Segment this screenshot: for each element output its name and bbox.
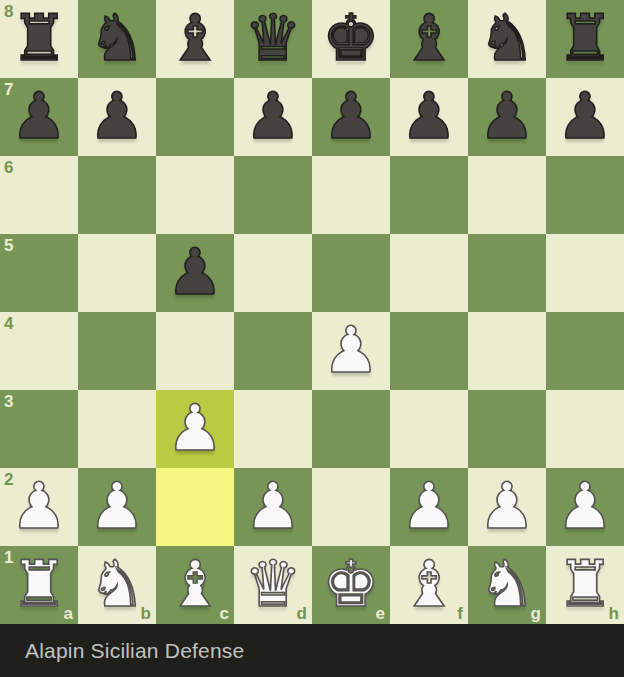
square-f8[interactable]: ♝ [390,0,468,78]
square-b3[interactable] [78,390,156,468]
square-a3[interactable]: 3 [0,390,78,468]
white-pawn-c3[interactable]: ♟ [156,390,234,468]
square-g5[interactable] [468,234,546,312]
square-g1[interactable]: g♞ [468,546,546,624]
square-b2[interactable]: ♟ [78,468,156,546]
square-c6[interactable] [156,156,234,234]
white-rook-h1[interactable]: ♜ [546,546,624,624]
square-d6[interactable] [234,156,312,234]
white-rook-a1[interactable]: ♜ [0,546,78,624]
square-a2[interactable]: 2♟ [0,468,78,546]
square-f6[interactable] [390,156,468,234]
square-e4[interactable]: ♟ [312,312,390,390]
square-b7[interactable]: ♟ [78,78,156,156]
square-f3[interactable] [390,390,468,468]
square-a6[interactable]: 6 [0,156,78,234]
black-pawn-h7[interactable]: ♟ [546,78,624,156]
chess-app-view: 8♜♞♝♛♚♝♞♜7♟♟♟♟♟♟♟65♟4♟3♟2♟♟♟♟♟♟1a♜b♞c♝d♛… [0,0,624,677]
square-h4[interactable] [546,312,624,390]
square-f1[interactable]: f♝ [390,546,468,624]
square-e8[interactable]: ♚ [312,0,390,78]
white-bishop-f1[interactable]: ♝ [390,546,468,624]
square-g6[interactable] [468,156,546,234]
square-c7[interactable] [156,78,234,156]
square-d8[interactable]: ♛ [234,0,312,78]
square-c4[interactable] [156,312,234,390]
square-c1[interactable]: c♝ [156,546,234,624]
black-king-e8[interactable]: ♚ [312,0,390,78]
white-pawn-h2[interactable]: ♟ [546,468,624,546]
square-h2[interactable]: ♟ [546,468,624,546]
white-pawn-e4[interactable]: ♟ [312,312,390,390]
square-b1[interactable]: b♞ [78,546,156,624]
square-h3[interactable] [546,390,624,468]
square-c8[interactable]: ♝ [156,0,234,78]
square-g2[interactable]: ♟ [468,468,546,546]
black-bishop-c8[interactable]: ♝ [156,0,234,78]
white-pawn-a2[interactable]: ♟ [0,468,78,546]
black-knight-g8[interactable]: ♞ [468,0,546,78]
square-h1[interactable]: h♜ [546,546,624,624]
square-c3[interactable]: ♟ [156,390,234,468]
rank-label-5: 5 [4,237,13,254]
square-g8[interactable]: ♞ [468,0,546,78]
white-knight-g1[interactable]: ♞ [468,546,546,624]
square-b4[interactable] [78,312,156,390]
black-pawn-f7[interactable]: ♟ [390,78,468,156]
black-pawn-a7[interactable]: ♟ [0,78,78,156]
white-bishop-c1[interactable]: ♝ [156,546,234,624]
white-knight-b1[interactable]: ♞ [78,546,156,624]
square-a5[interactable]: 5 [0,234,78,312]
square-d5[interactable] [234,234,312,312]
white-pawn-f2[interactable]: ♟ [390,468,468,546]
square-f2[interactable]: ♟ [390,468,468,546]
black-bishop-f8[interactable]: ♝ [390,0,468,78]
black-rook-a8[interactable]: ♜ [0,0,78,78]
square-a7[interactable]: 7♟ [0,78,78,156]
square-e3[interactable] [312,390,390,468]
square-a1[interactable]: 1a♜ [0,546,78,624]
rank-label-3: 3 [4,393,13,410]
square-a4[interactable]: 4 [0,312,78,390]
square-h6[interactable] [546,156,624,234]
square-d2[interactable]: ♟ [234,468,312,546]
square-h5[interactable] [546,234,624,312]
square-b6[interactable] [78,156,156,234]
square-b8[interactable]: ♞ [78,0,156,78]
square-d1[interactable]: d♛ [234,546,312,624]
square-f4[interactable] [390,312,468,390]
black-queen-d8[interactable]: ♛ [234,0,312,78]
square-f5[interactable] [390,234,468,312]
square-a8[interactable]: 8♜ [0,0,78,78]
white-king-e1[interactable]: ♚ [312,546,390,624]
black-pawn-b7[interactable]: ♟ [78,78,156,156]
square-b5[interactable] [78,234,156,312]
black-pawn-g7[interactable]: ♟ [468,78,546,156]
square-g7[interactable]: ♟ [468,78,546,156]
square-d7[interactable]: ♟ [234,78,312,156]
white-pawn-d2[interactable]: ♟ [234,468,312,546]
black-pawn-d7[interactable]: ♟ [234,78,312,156]
square-e2[interactable] [312,468,390,546]
opening-name-bar: Alapin Sicilian Defense [0,624,624,677]
rank-label-6: 6 [4,159,13,176]
black-knight-b8[interactable]: ♞ [78,0,156,78]
square-c2[interactable] [156,468,234,546]
chess-board: 8♜♞♝♛♚♝♞♜7♟♟♟♟♟♟♟65♟4♟3♟2♟♟♟♟♟♟1a♜b♞c♝d♛… [0,0,624,624]
square-f7[interactable]: ♟ [390,78,468,156]
square-d3[interactable] [234,390,312,468]
black-pawn-c5[interactable]: ♟ [156,234,234,312]
black-pawn-e7[interactable]: ♟ [312,78,390,156]
square-h7[interactable]: ♟ [546,78,624,156]
square-c5[interactable]: ♟ [156,234,234,312]
white-pawn-b2[interactable]: ♟ [78,468,156,546]
square-e5[interactable] [312,234,390,312]
square-g4[interactable] [468,312,546,390]
square-e7[interactable]: ♟ [312,78,390,156]
black-rook-h8[interactable]: ♜ [546,0,624,78]
square-d4[interactable] [234,312,312,390]
white-queen-d1[interactable]: ♛ [234,546,312,624]
white-pawn-g2[interactable]: ♟ [468,468,546,546]
opening-name: Alapin Sicilian Defense [25,639,244,663]
square-e1[interactable]: e♚ [312,546,390,624]
square-h8[interactable]: ♜ [546,0,624,78]
square-g3[interactable] [468,390,546,468]
rank-label-4: 4 [4,315,13,332]
square-e6[interactable] [312,156,390,234]
